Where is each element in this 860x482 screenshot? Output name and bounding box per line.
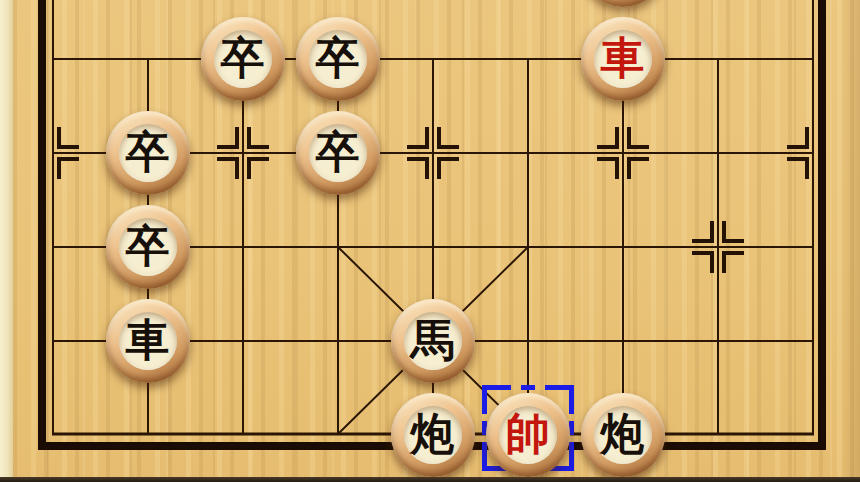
piece-glyph: 卒 <box>126 130 170 174</box>
piece-black-soldier-d7[interactable]: 卒 <box>296 111 380 195</box>
piece-black-chariot-b9[interactable]: 車 <box>106 299 190 383</box>
piece-face: 車 <box>594 30 652 88</box>
piece-face: 卒 <box>309 30 367 88</box>
board-point-f10: 帥 <box>480 388 575 482</box>
piece-glyph: 馬 <box>411 318 455 362</box>
piece-black-soldier-c6[interactable]: 卒 <box>201 17 285 101</box>
piece-face: 炮 <box>594 406 652 464</box>
piece-face: 卒 <box>119 218 177 276</box>
board-point-d7: 卒 <box>290 106 385 200</box>
board-point-g10: 炮 <box>575 388 670 482</box>
piece-face: 卒 <box>119 124 177 182</box>
piece-face: 帥 <box>499 406 557 464</box>
piece-black-soldier-b7[interactable]: 卒 <box>106 111 190 195</box>
piece-black-cannon-g10[interactable]: 炮 <box>581 393 665 477</box>
piece-black-cannon-e10[interactable]: 炮 <box>391 393 475 477</box>
piece-face: 卒 <box>214 30 272 88</box>
board-point-e9: 馬 <box>385 294 480 388</box>
selection-bracket-segment <box>521 385 535 390</box>
piece-face: 車 <box>119 312 177 370</box>
board-point-b7: 卒 <box>100 106 195 200</box>
piece-face: 馬 <box>404 312 462 370</box>
xiangqi-board[interactable]: 卒卒車卒卒卒車馬炮帥炮 <box>0 0 860 482</box>
screen-bottom-edge <box>0 477 860 482</box>
board-point-c6: 卒 <box>195 12 290 106</box>
piece-glyph: 車 <box>601 36 645 80</box>
piece-black-soldier-b8[interactable]: 卒 <box>106 205 190 289</box>
piece-glyph: 車 <box>126 318 170 362</box>
piece-glyph: 卒 <box>126 224 170 268</box>
piece-glyph: 卒 <box>221 36 265 80</box>
piece-face: 炮 <box>404 406 462 464</box>
piece-layer: 卒卒車卒卒卒車馬炮帥炮 <box>5 0 860 482</box>
board-point-e10: 炮 <box>385 388 480 482</box>
piece-glyph: 炮 <box>411 412 455 456</box>
piece-black-horse-e9[interactable]: 馬 <box>391 299 475 383</box>
board-point-g5 <box>575 0 670 12</box>
piece-red-general-f10[interactable]: 帥 <box>486 393 570 477</box>
piece-black-soldier-d6[interactable]: 卒 <box>296 17 380 101</box>
board-point-g6: 車 <box>575 12 670 106</box>
piece-glyph: 帥 <box>506 412 550 456</box>
board-point-b8: 卒 <box>100 200 195 294</box>
piece-glyph: 卒 <box>316 130 360 174</box>
piece-face: 卒 <box>309 124 367 182</box>
piece-unknown-cut-off-g5[interactable] <box>581 0 665 7</box>
piece-red-chariot-g6[interactable]: 車 <box>581 17 665 101</box>
piece-glyph: 炮 <box>601 412 645 456</box>
piece-glyph: 卒 <box>316 36 360 80</box>
board-point-d6: 卒 <box>290 12 385 106</box>
board-point-b9: 車 <box>100 294 195 388</box>
